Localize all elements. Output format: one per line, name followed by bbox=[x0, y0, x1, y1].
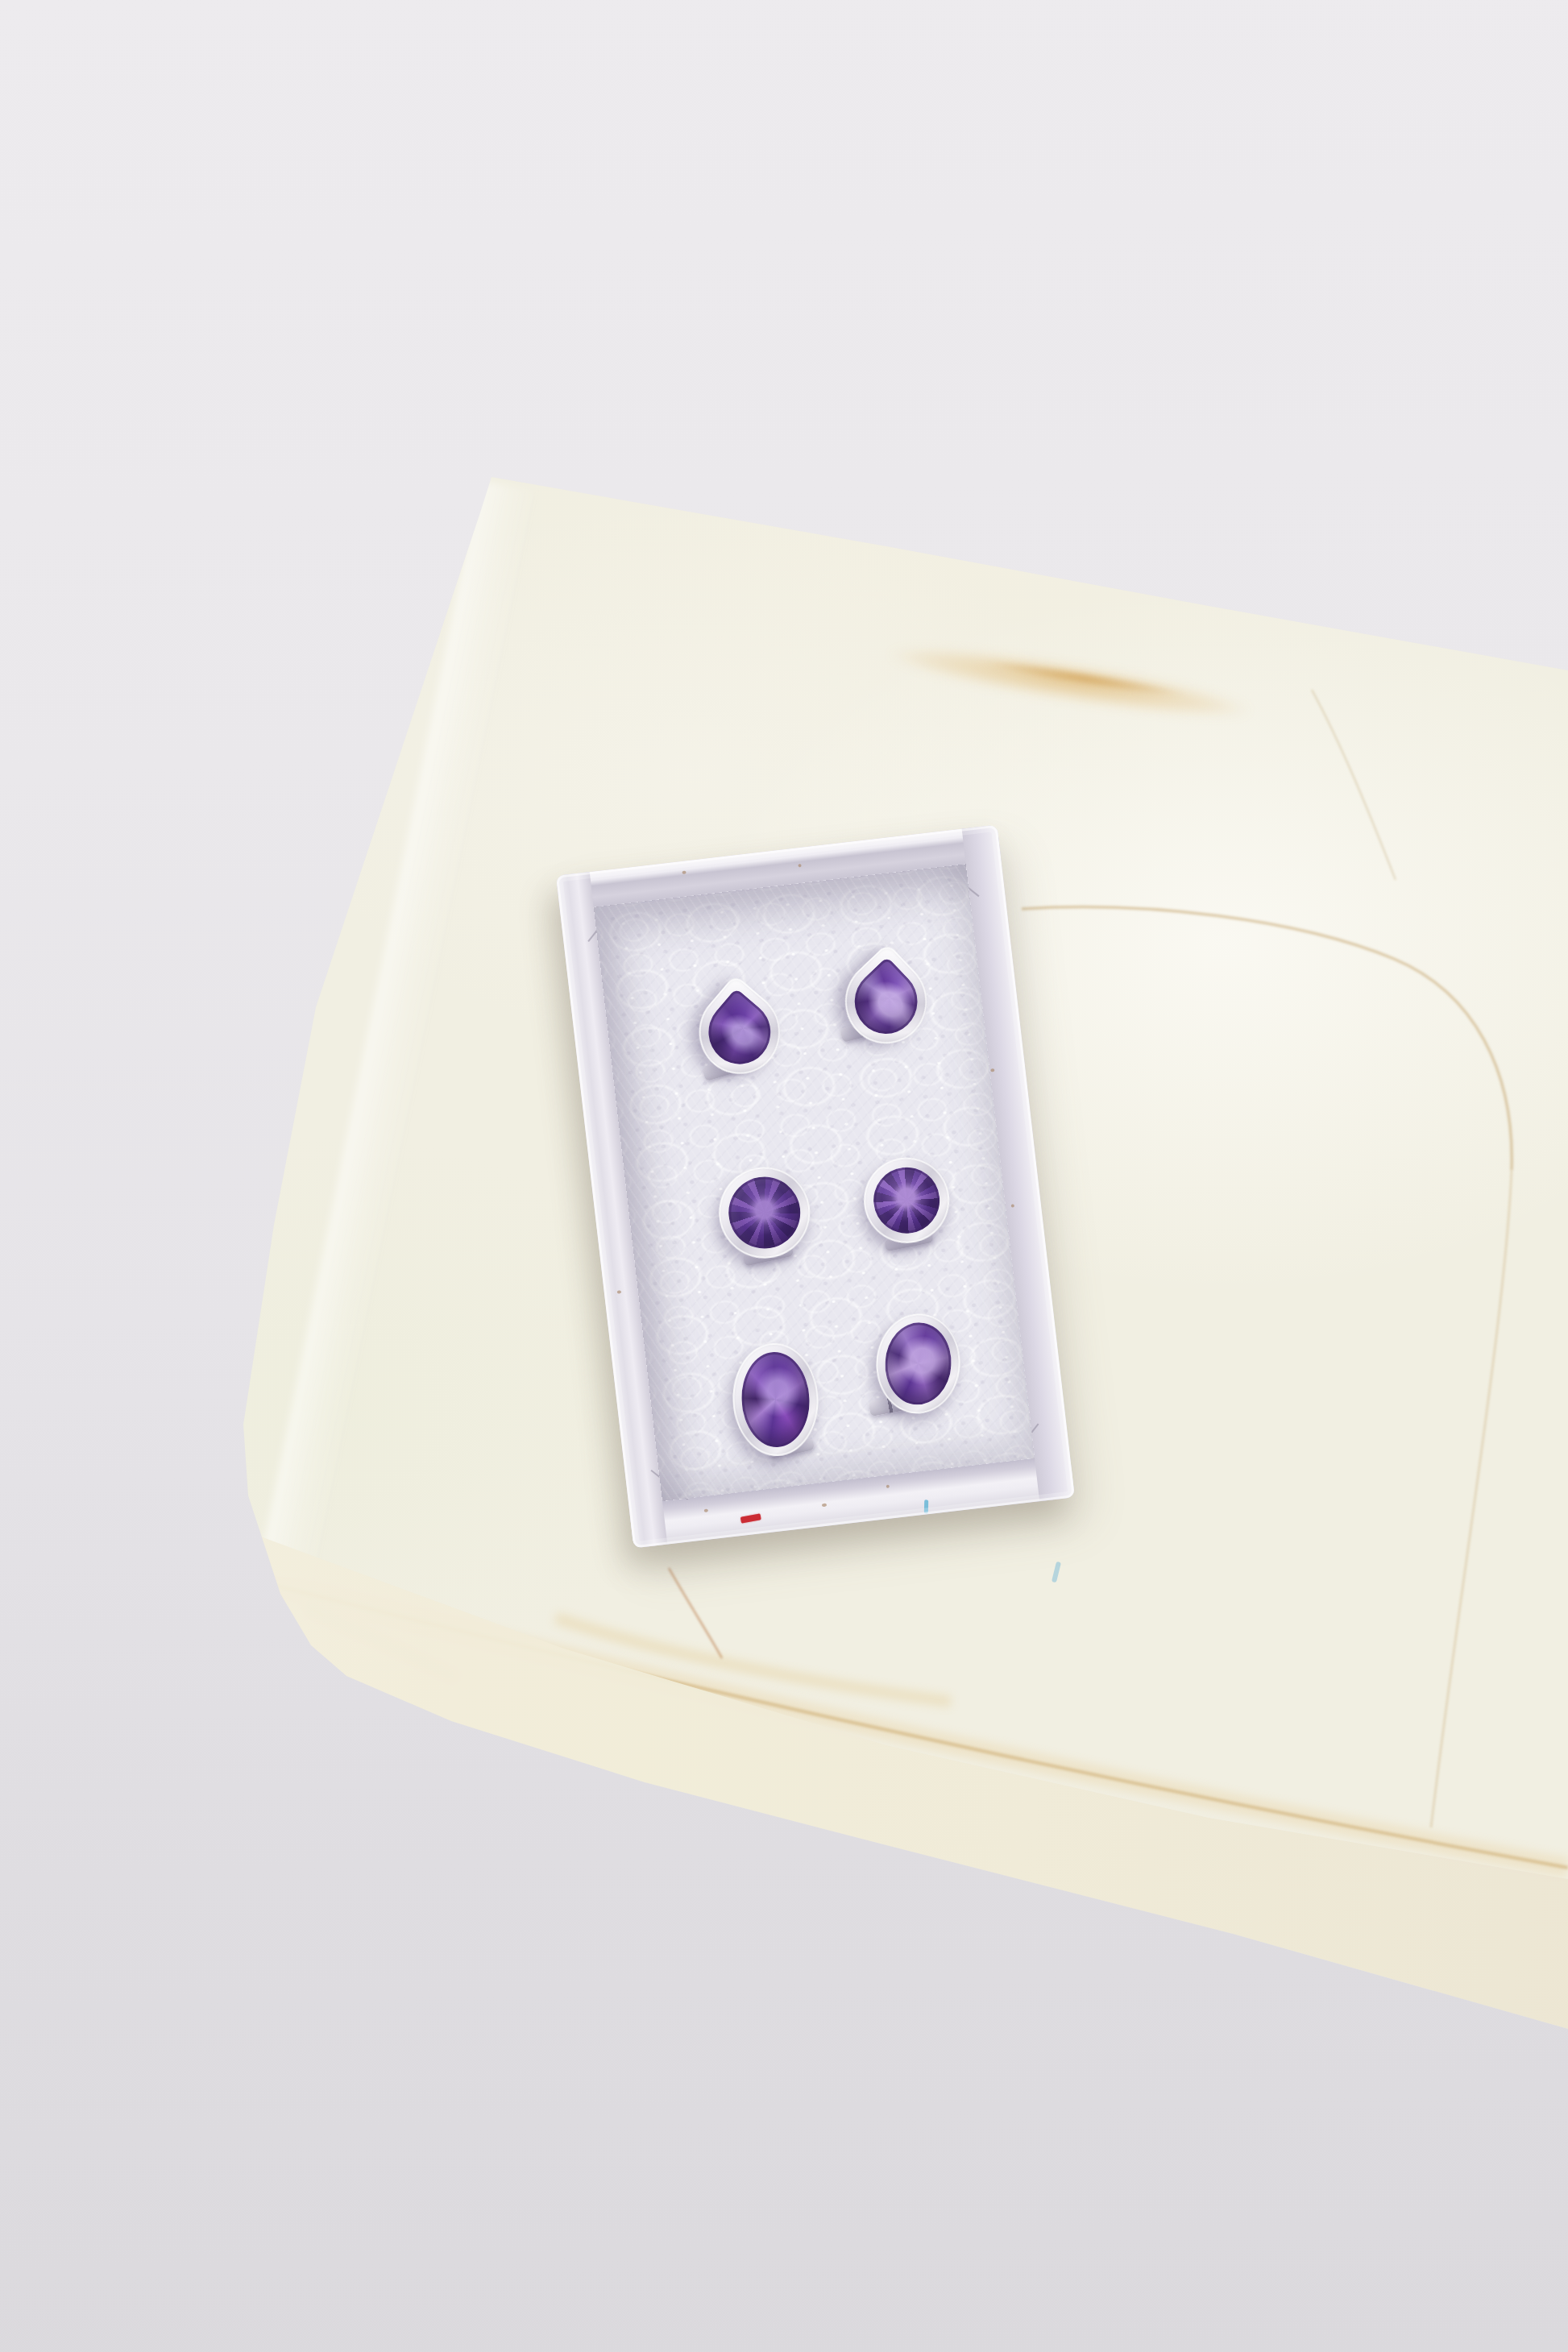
earring-stud-oval-right bbox=[873, 1311, 963, 1416]
jewellery-box bbox=[556, 825, 1075, 1549]
earring-stud-pear-left bbox=[695, 988, 784, 1076]
blue-ink-dash bbox=[924, 1500, 928, 1513]
earring-stud-oval-left bbox=[730, 1342, 820, 1458]
earring-stud-round-right bbox=[859, 1153, 953, 1247]
earring-stud-pear-right bbox=[844, 959, 928, 1043]
amethyst-stone bbox=[695, 988, 784, 1076]
earring-stud-round-left bbox=[714, 1162, 815, 1263]
photo-stage bbox=[0, 0, 1568, 2352]
